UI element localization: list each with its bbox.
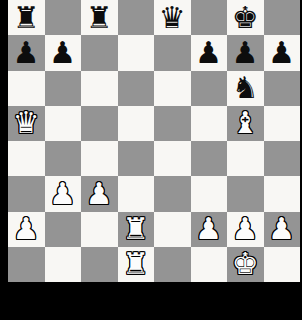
white-king-piece[interactable]: ♚ xyxy=(232,249,259,279)
square-b7[interactable]: ♟ xyxy=(45,35,82,70)
square-h7[interactable]: ♟ xyxy=(264,35,301,70)
square-a5[interactable]: ♛ xyxy=(8,106,45,141)
white-rook-piece[interactable]: ♜ xyxy=(122,249,149,279)
square-g1[interactable]: ♚ xyxy=(227,247,264,282)
square-h3[interactable] xyxy=(264,176,301,211)
square-c3[interactable]: ♟ xyxy=(81,176,118,211)
square-f8[interactable] xyxy=(191,0,228,35)
black-queen-piece[interactable]: ♛ xyxy=(159,3,186,33)
square-b5[interactable] xyxy=(45,106,82,141)
square-e1[interactable] xyxy=(154,247,191,282)
square-a3[interactable] xyxy=(8,176,45,211)
square-a2[interactable]: ♟ xyxy=(8,212,45,247)
white-pawn-piece[interactable]: ♟ xyxy=(232,214,259,244)
square-b4[interactable] xyxy=(45,141,82,176)
square-g8[interactable]: ♚ xyxy=(227,0,264,35)
square-f6[interactable] xyxy=(191,71,228,106)
square-f2[interactable]: ♟ xyxy=(191,212,228,247)
square-b8[interactable] xyxy=(45,0,82,35)
square-h6[interactable] xyxy=(264,71,301,106)
square-h4[interactable] xyxy=(264,141,301,176)
square-h2[interactable]: ♟ xyxy=(264,212,301,247)
square-e2[interactable] xyxy=(154,212,191,247)
square-e3[interactable] xyxy=(154,176,191,211)
square-d5[interactable] xyxy=(118,106,155,141)
square-f1[interactable] xyxy=(191,247,228,282)
square-d2[interactable]: ♜ xyxy=(118,212,155,247)
square-a4[interactable] xyxy=(8,141,45,176)
square-c5[interactable] xyxy=(81,106,118,141)
white-pawn-piece[interactable]: ♟ xyxy=(13,214,40,244)
square-e7[interactable] xyxy=(154,35,191,70)
white-pawn-piece[interactable]: ♟ xyxy=(195,214,222,244)
black-pawn-piece[interactable]: ♟ xyxy=(268,38,295,68)
square-d3[interactable] xyxy=(118,176,155,211)
square-g6[interactable]: ♞ xyxy=(227,71,264,106)
black-rook-piece[interactable]: ♜ xyxy=(13,3,40,33)
square-g4[interactable] xyxy=(227,141,264,176)
white-rook-piece[interactable]: ♜ xyxy=(122,214,149,244)
black-rook-piece[interactable]: ♜ xyxy=(86,3,113,33)
black-king-piece[interactable]: ♚ xyxy=(232,3,259,33)
black-pawn-piece[interactable]: ♟ xyxy=(195,38,222,68)
white-pawn-piece[interactable]: ♟ xyxy=(86,179,113,209)
chessboard: ♜♜♛♚♟♟♟♟♟♞♛♝♟♟♟♜♟♟♟♜♚ xyxy=(8,0,300,282)
square-b1[interactable] xyxy=(45,247,82,282)
square-d4[interactable] xyxy=(118,141,155,176)
square-d7[interactable] xyxy=(118,35,155,70)
square-a1[interactable] xyxy=(8,247,45,282)
black-pawn-piece[interactable]: ♟ xyxy=(232,38,259,68)
square-h8[interactable] xyxy=(264,0,301,35)
square-d6[interactable] xyxy=(118,71,155,106)
square-h1[interactable] xyxy=(264,247,301,282)
square-c1[interactable] xyxy=(81,247,118,282)
square-b6[interactable] xyxy=(45,71,82,106)
square-a7[interactable]: ♟ xyxy=(8,35,45,70)
white-bishop-piece[interactable]: ♝ xyxy=(232,108,259,138)
square-e8[interactable]: ♛ xyxy=(154,0,191,35)
square-g3[interactable] xyxy=(227,176,264,211)
square-c6[interactable] xyxy=(81,71,118,106)
square-e5[interactable] xyxy=(154,106,191,141)
square-a8[interactable]: ♜ xyxy=(8,0,45,35)
square-c4[interactable] xyxy=(81,141,118,176)
square-d1[interactable]: ♜ xyxy=(118,247,155,282)
white-queen-piece[interactable]: ♛ xyxy=(13,108,40,138)
square-g7[interactable]: ♟ xyxy=(227,35,264,70)
square-c8[interactable]: ♜ xyxy=(81,0,118,35)
square-e4[interactable] xyxy=(154,141,191,176)
square-a6[interactable] xyxy=(8,71,45,106)
square-e6[interactable] xyxy=(154,71,191,106)
black-knight-piece[interactable]: ♞ xyxy=(232,73,259,103)
square-g5[interactable]: ♝ xyxy=(227,106,264,141)
square-b3[interactable]: ♟ xyxy=(45,176,82,211)
square-c2[interactable] xyxy=(81,212,118,247)
square-f7[interactable]: ♟ xyxy=(191,35,228,70)
white-pawn-piece[interactable]: ♟ xyxy=(268,214,295,244)
square-f3[interactable] xyxy=(191,176,228,211)
square-c7[interactable] xyxy=(81,35,118,70)
square-g2[interactable]: ♟ xyxy=(227,212,264,247)
square-f5[interactable] xyxy=(191,106,228,141)
black-pawn-piece[interactable]: ♟ xyxy=(49,38,76,68)
square-f4[interactable] xyxy=(191,141,228,176)
square-h5[interactable] xyxy=(264,106,301,141)
chessboard-frame: ♜♜♛♚♟♟♟♟♟♞♛♝♟♟♟♜♟♟♟♜♚ xyxy=(0,0,302,320)
black-pawn-piece[interactable]: ♟ xyxy=(13,38,40,68)
square-b2[interactable] xyxy=(45,212,82,247)
white-pawn-piece[interactable]: ♟ xyxy=(49,179,76,209)
square-d8[interactable] xyxy=(118,0,155,35)
